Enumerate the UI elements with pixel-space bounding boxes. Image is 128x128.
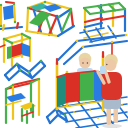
playhouse-red-panel	[66, 72, 81, 103]
playhouse-side-panel	[57, 74, 67, 107]
child2-cup	[100, 66, 106, 74]
child2-shirt	[101, 72, 122, 100]
playhouse-with-children	[57, 34, 128, 128]
structure-panel-tower	[0, 33, 31, 66]
child2-face	[105, 59, 117, 71]
structure-easel-frame	[0, 2, 22, 30]
child-standing	[98, 54, 122, 125]
easel-blue-panel	[3, 5, 14, 20]
child-shadow	[102, 124, 122, 128]
structure-desk-stool	[5, 78, 40, 123]
product-image	[0, 0, 128, 128]
tower-green-panel	[7, 46, 12, 59]
playhouse-green-panel	[80, 71, 95, 101]
child1-face	[79, 57, 90, 68]
tower-blue-panel	[22, 43, 30, 57]
desk-top-panel	[6, 93, 26, 102]
structure-climbing-ramp	[26, 1, 74, 36]
